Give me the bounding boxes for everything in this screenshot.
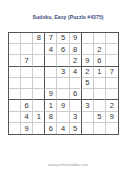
cell-r9c8: [94, 123, 106, 134]
cell-r2c1: [9, 44, 21, 55]
cell-r4c3: [33, 67, 45, 78]
cell-r1c1: [9, 33, 21, 44]
cell-r3c2: 7: [21, 55, 33, 66]
cell-r8c9: 9: [106, 112, 118, 123]
cell-r8c3: 1: [33, 112, 45, 123]
cell-r7c9: 2: [106, 100, 118, 111]
cell-r5c6: [70, 78, 82, 89]
cell-r5c8: [94, 78, 106, 89]
cell-r8c8: 5: [94, 112, 106, 123]
cell-r9c5: 4: [57, 123, 69, 134]
cell-r5c3: [33, 78, 45, 89]
cell-r2c8: 2: [94, 44, 106, 55]
cell-r4c4: [45, 67, 57, 78]
cell-r2c6: 8: [70, 44, 82, 55]
cell-r6c1: [9, 89, 21, 100]
cell-r8c5: [57, 112, 69, 123]
cell-r2c3: [33, 44, 45, 55]
cell-r3c8: 6: [94, 55, 106, 66]
cell-r8c1: [9, 112, 21, 123]
cell-r1c7: [82, 33, 94, 44]
cell-r1c8: [94, 33, 106, 44]
cell-r2c7: [82, 44, 94, 55]
cell-r5c4: [45, 78, 57, 89]
cell-r4c9: 7: [106, 67, 118, 78]
cell-r8c7: [82, 112, 94, 123]
cell-r3c1: [9, 55, 21, 66]
cell-r3c9: [106, 55, 118, 66]
sudoku-grid: 87594682729634217596619324183599645: [8, 32, 119, 135]
cell-r6c3: [33, 89, 45, 100]
cell-r7c2: 6: [21, 100, 33, 111]
cell-r4c6: 4: [70, 67, 82, 78]
cell-r7c8: [94, 100, 106, 111]
cell-r8c6: 3: [70, 112, 82, 123]
cell-r1c6: 9: [70, 33, 82, 44]
cell-r2c5: 6: [57, 44, 69, 55]
cell-r2c9: [106, 44, 118, 55]
cell-r9c2: 9: [21, 123, 33, 134]
cell-r9c4: 6: [45, 123, 57, 134]
cell-r1c2: [21, 33, 33, 44]
cell-r7c5: 9: [57, 100, 69, 111]
cell-r7c6: [70, 100, 82, 111]
footer-url: www.printfreesudoku.com: [0, 163, 136, 167]
cell-r5c2: [21, 78, 33, 89]
cell-r7c3: [33, 100, 45, 111]
cell-r9c9: [106, 123, 118, 134]
cell-r7c1: [9, 100, 21, 111]
cell-r6c5: [57, 89, 69, 100]
cell-r3c5: [57, 55, 69, 66]
cell-r5c9: [106, 78, 118, 89]
cell-r6c8: [94, 89, 106, 100]
cell-r6c4: 9: [45, 89, 57, 100]
cell-r4c5: 3: [57, 67, 69, 78]
cell-r8c4: 8: [45, 112, 57, 123]
cell-r6c2: [21, 89, 33, 100]
cell-r2c4: 4: [45, 44, 57, 55]
cell-r5c7: 5: [82, 78, 94, 89]
page-title: Sudoku, Easy (Puzzle #4375): [0, 14, 136, 20]
cell-r1c3: 8: [33, 33, 45, 44]
cell-r1c9: [106, 33, 118, 44]
cell-r3c6: 2: [70, 55, 82, 66]
cell-r7c4: 1: [45, 100, 57, 111]
sudoku-page: Sudoku, Easy (Puzzle #4375) 875946827296…: [0, 0, 136, 176]
cell-r2c2: [21, 44, 33, 55]
cell-r3c4: [45, 55, 57, 66]
cell-r3c3: [33, 55, 45, 66]
cell-r4c1: [9, 67, 21, 78]
cell-r4c7: 2: [82, 67, 94, 78]
cell-r6c6: 6: [70, 89, 82, 100]
cell-r5c5: [57, 78, 69, 89]
cell-r9c6: 5: [70, 123, 82, 134]
cell-r1c5: 5: [57, 33, 69, 44]
cell-r5c1: [9, 78, 21, 89]
cell-r7c7: 3: [82, 100, 94, 111]
cell-r4c2: [21, 67, 33, 78]
cell-r1c4: 7: [45, 33, 57, 44]
cell-r9c3: [33, 123, 45, 134]
cell-r8c2: 4: [21, 112, 33, 123]
cell-r9c1: [9, 123, 21, 134]
cell-r4c8: 1: [94, 67, 106, 78]
cell-r9c7: [82, 123, 94, 134]
cell-r3c7: 9: [82, 55, 94, 66]
cell-r6c7: [82, 89, 94, 100]
cell-r6c9: [106, 89, 118, 100]
